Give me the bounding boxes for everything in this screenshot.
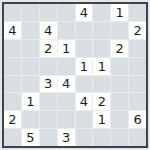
cell-r7c8-clue[interactable]: 6	[129, 111, 146, 128]
cell-r7c1-clue[interactable]: 2	[4, 111, 21, 128]
cell-r3c3-clue[interactable]: 2	[40, 40, 57, 57]
cell-r1c5-clue[interactable]: 4	[76, 4, 93, 21]
cell-r2c8-clue[interactable]: 2	[129, 22, 146, 39]
cell-r3c1[interactable]	[4, 40, 21, 57]
cell-r3c2[interactable]	[22, 40, 39, 57]
cell-r2c5[interactable]	[76, 22, 93, 39]
cell-r8c8[interactable]	[129, 129, 146, 146]
cell-r4c1[interactable]	[4, 58, 21, 75]
cell-r2c3-clue[interactable]: 4	[40, 22, 57, 39]
cell-r6c4[interactable]	[58, 93, 75, 110]
cell-r1c3[interactable]	[40, 4, 57, 21]
cell-r3c8[interactable]	[129, 40, 146, 57]
cell-r4c5-clue[interactable]: 1	[76, 58, 93, 75]
cell-r5c5[interactable]	[76, 76, 93, 93]
cell-r6c1[interactable]	[4, 93, 21, 110]
cell-r5c8[interactable]	[129, 76, 146, 93]
cell-r6c5-clue[interactable]: 4	[76, 93, 93, 110]
cell-r2c7[interactable]	[111, 22, 128, 39]
cell-r4c3[interactable]	[40, 58, 57, 75]
cell-r7c5[interactable]	[76, 111, 93, 128]
cell-r5c7[interactable]	[111, 76, 128, 93]
cell-r2c1-clue[interactable]: 4	[4, 22, 21, 39]
cell-r1c6[interactable]	[93, 4, 110, 21]
cell-r6c2-clue[interactable]: 1	[22, 93, 39, 110]
cell-r1c4[interactable]	[58, 4, 75, 21]
cell-r1c7-clue[interactable]: 1	[111, 4, 128, 21]
cell-r6c6-clue[interactable]: 2	[93, 93, 110, 110]
cell-r4c7[interactable]	[111, 58, 128, 75]
cell-r5c1[interactable]	[4, 76, 21, 93]
cell-r8c7[interactable]	[111, 129, 128, 146]
cell-r4c4[interactable]	[58, 58, 75, 75]
cell-r5c2[interactable]	[22, 76, 39, 93]
cell-r8c1[interactable]	[4, 129, 21, 146]
cell-r4c8[interactable]	[129, 58, 146, 75]
cell-r7c7[interactable]	[111, 111, 128, 128]
cell-r1c1[interactable]	[4, 4, 21, 21]
cell-r4c2[interactable]	[22, 58, 39, 75]
cell-r3c7-clue[interactable]: 2	[111, 40, 128, 57]
puzzle-board: 41442212113414221653	[2, 2, 148, 148]
cell-r5c6[interactable]	[93, 76, 110, 93]
cell-r4c6-clue[interactable]: 1	[93, 58, 110, 75]
cell-r3c4-clue[interactable]: 1	[58, 40, 75, 57]
puzzle-grid: 41442212113414221653	[4, 4, 146, 146]
cell-r6c8[interactable]	[129, 93, 146, 110]
cell-r3c5[interactable]	[76, 40, 93, 57]
cell-r8c6[interactable]	[93, 129, 110, 146]
cell-r2c6[interactable]	[93, 22, 110, 39]
cell-r5c3-clue[interactable]: 3	[40, 76, 57, 93]
cell-r8c4-clue[interactable]: 3	[58, 129, 75, 146]
cell-r5c4-clue[interactable]: 4	[58, 76, 75, 93]
cell-r1c2[interactable]	[22, 4, 39, 21]
cell-r2c2[interactable]	[22, 22, 39, 39]
cell-r8c3[interactable]	[40, 129, 57, 146]
page: { "game": "mosaic-fill-a-pix", "position…	[0, 0, 150, 150]
cell-r2c4[interactable]	[58, 22, 75, 39]
cell-r6c3[interactable]	[40, 93, 57, 110]
cell-r8c2-clue[interactable]: 5	[22, 129, 39, 146]
cell-r6c7[interactable]	[111, 93, 128, 110]
cell-r1c8[interactable]	[129, 4, 146, 21]
cell-r8c5[interactable]	[76, 129, 93, 146]
cell-r7c3[interactable]	[40, 111, 57, 128]
cell-r7c4[interactable]	[58, 111, 75, 128]
cell-r7c2[interactable]	[22, 111, 39, 128]
cell-r3c6[interactable]	[93, 40, 110, 57]
cell-r7c6-clue[interactable]: 1	[93, 111, 110, 128]
